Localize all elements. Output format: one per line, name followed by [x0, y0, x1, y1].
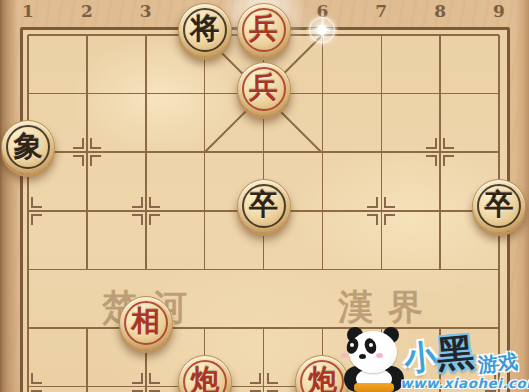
- point-marker: [14, 197, 42, 225]
- black-elephant-piece[interactable]: 象: [1, 120, 55, 174]
- red-cannon-b-piece[interactable]: 炮: [295, 355, 349, 392]
- red-cannon-a-piece[interactable]: 炮: [178, 355, 232, 392]
- xiangqi-game-screenshot: 123456789 楚河 漢界 将兵兵象卒卒相炮炮 小黑 游戏 www.xiao…: [0, 0, 529, 392]
- piece-cell-red-soldier-a: 兵: [234, 6, 293, 65]
- board-intersections-grid[interactable]: 将兵兵象卒卒相炮炮: [0, 6, 528, 392]
- point-marker-cell: [234, 357, 293, 392]
- point-marker-cell: [57, 123, 116, 182]
- piece-cell-red-cannon-a: 炮: [175, 357, 234, 392]
- black-general-piece[interactable]: 将: [178, 3, 232, 57]
- piece-cell-black-general: 将: [175, 6, 234, 65]
- piece-character: 兵: [249, 14, 278, 43]
- point-marker: [485, 373, 513, 392]
- point-marker: [367, 197, 395, 225]
- point-marker-cell: [352, 357, 411, 392]
- point-marker: [426, 138, 454, 166]
- point-marker: [132, 373, 160, 392]
- point-marker: [14, 373, 42, 392]
- piece-character: 将: [190, 14, 219, 43]
- red-elephant-piece[interactable]: 相: [119, 296, 173, 350]
- piece-character: 相: [131, 307, 160, 336]
- red-soldier-a-piece[interactable]: 兵: [237, 3, 291, 57]
- piece-character: 炮: [190, 366, 219, 392]
- piece-cell-black-soldier-a: 卒: [234, 181, 293, 240]
- point-marker-cell: [352, 181, 411, 240]
- piece-cell-red-soldier-b: 兵: [234, 64, 293, 123]
- point-marker-cell: [0, 357, 57, 392]
- point-marker-cell: [116, 181, 175, 240]
- point-marker-cell: [116, 357, 175, 392]
- piece-cell-red-elephant: 相: [116, 299, 175, 358]
- piece-character: 卒: [249, 190, 278, 219]
- piece-cell-black-soldier-b: 卒: [470, 181, 529, 240]
- piece-cell-red-cannon-b: 炮: [293, 357, 352, 392]
- black-soldier-a-piece[interactable]: 卒: [237, 179, 291, 233]
- piece-cell-black-elephant: 象: [0, 123, 57, 182]
- piece-character: 炮: [308, 366, 337, 392]
- point-marker-cell: [0, 181, 57, 240]
- point-marker: [132, 197, 160, 225]
- black-soldier-b-piece[interactable]: 卒: [472, 179, 526, 233]
- red-soldier-b-piece[interactable]: 兵: [237, 62, 291, 116]
- point-marker-cell: [411, 123, 470, 182]
- last-move-sparkle-icon: [302, 10, 342, 50]
- point-marker-cell: [470, 357, 529, 392]
- piece-character: 卒: [485, 190, 514, 219]
- piece-character: 象: [14, 132, 43, 161]
- sparkle-cell: [293, 6, 352, 65]
- point-marker: [73, 138, 101, 166]
- point-marker: [367, 373, 395, 392]
- point-marker: [250, 373, 278, 392]
- piece-character: 兵: [249, 73, 278, 102]
